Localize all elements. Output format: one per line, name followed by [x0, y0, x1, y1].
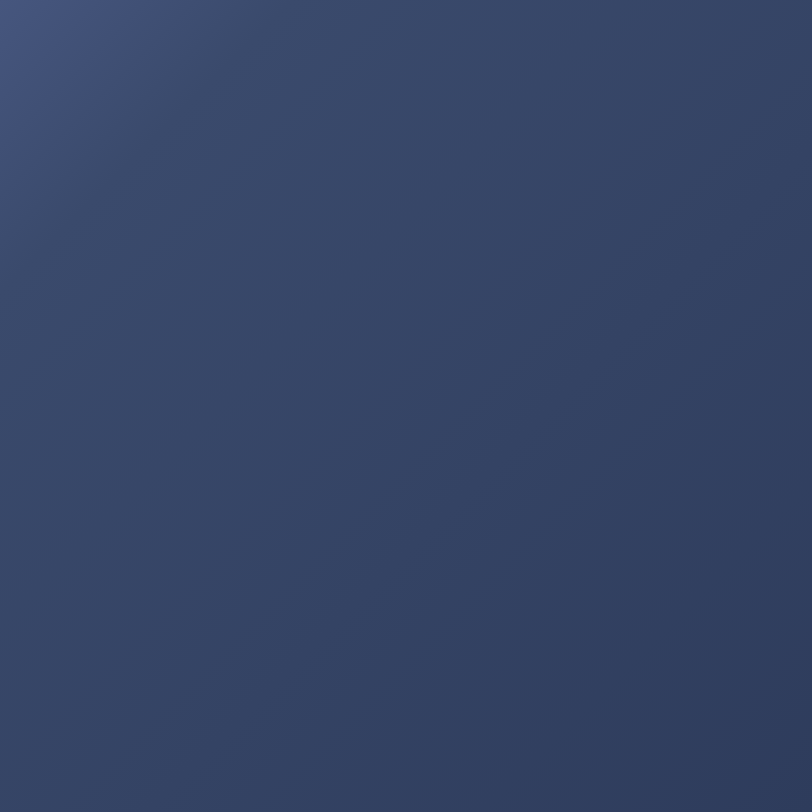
board-frame	[0, 0, 812, 812]
chess-board	[10, 10, 802, 802]
